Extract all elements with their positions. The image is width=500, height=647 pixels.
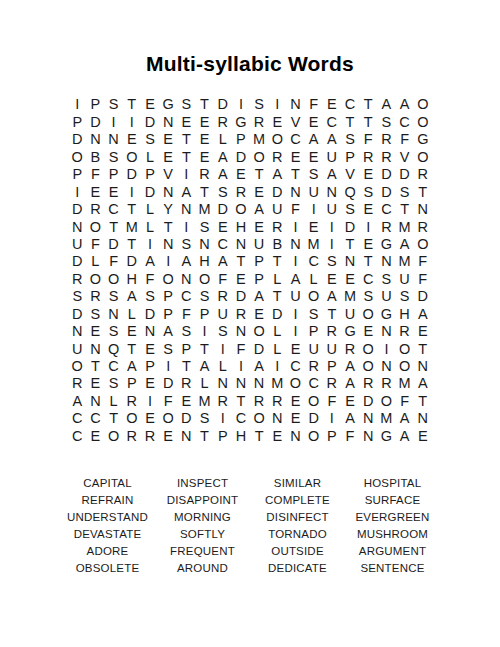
grid-cell-r15c16: R [341,340,359,357]
grid-cell-r10c14: C [305,253,323,270]
grid-cell-r12c8: S [195,288,213,305]
grid-cell-r2c11: R [250,113,268,130]
grid-cell-r4c4: O [123,148,141,165]
grid-cell-r9c15: I [323,236,341,253]
grid-cell-r7c19: T [396,201,414,218]
grid-cell-r17c16: A [341,375,359,392]
grid-cell-r8c16: D [341,218,359,235]
grid-cell-r1c12: I [268,96,286,113]
grid-cell-r2c4: I [123,113,141,130]
grid-cell-r4c19: V [396,148,414,165]
grid-cell-r8c1: N [68,218,86,235]
grid-cell-r20c2: E [86,427,104,444]
grid-cell-r20c5: R [141,427,159,444]
grid-cell-r19c15: I [323,410,341,427]
grid-cell-r16c18: N [377,358,395,375]
grid-cell-r8c15: I [323,218,341,235]
grid-cell-r20c14: O [305,427,323,444]
grid-cell-r16c6: I [159,358,177,375]
grid-cell-r13c17: O [359,305,377,322]
grid-cell-r15c15: U [323,340,341,357]
grid-cell-r18c7: E [177,392,195,409]
grid-cell-r19c16: A [341,410,359,427]
word-item-evergreen: EVERGREEN [345,508,440,525]
grid-cell-r11c7: N [177,270,195,287]
grid-cell-r7c6: Y [159,201,177,218]
word-item-argument: ARGUMENT [345,542,440,559]
grid-cell-r8c7: I [177,218,195,235]
grid-cell-r20c9: P [214,427,232,444]
grid-cell-r7c1: D [68,201,86,218]
grid-cell-r14c20: E [414,323,432,340]
word-item-disinfect: DISINFECT [250,508,345,525]
grid-cell-r17c9: N [214,375,232,392]
grid-cell-r8c3: T [105,218,123,235]
grid-cell-r19c6: O [159,410,177,427]
grid-cell-r15c20: T [414,340,432,357]
word-list: CAPITALINSPECTSIMILARHOSPITALREFRAINDISA… [0,474,500,576]
grid-cell-r4c9: A [214,148,232,165]
grid-cell-r12c2: R [86,288,104,305]
grid-cell-r9c8: N [195,236,213,253]
grid-cell-r10c8: H [195,253,213,270]
grid-cell-r3c17: F [359,131,377,148]
word-item-refrain: REFRAIN [60,491,155,508]
grid-cell-r5c10: E [232,166,250,183]
grid-cell-r1c5: E [141,96,159,113]
grid-cell-r9c19: A [396,236,414,253]
grid-cell-r6c1: I [68,183,86,200]
grid-cell-r2c20: O [414,113,432,130]
grid-cell-r11c5: F [141,270,159,287]
word-search-page: Multi-syllabic Words IPSTEGSTDISINFECTAA… [0,0,500,647]
grid-cell-r13c14: S [305,305,323,322]
grid-cell-r11c4: H [123,270,141,287]
grid-cell-r2c14: E [305,113,323,130]
grid-cell-r13c2: S [86,305,104,322]
grid-cell-r3c18: R [377,131,395,148]
grid-cell-r6c6: N [159,183,177,200]
word-item-obsolete: OBSOLETE [60,559,155,576]
grid-cell-r17c10: N [232,375,250,392]
grid-cell-r20c20: E [414,427,432,444]
grid-cell-r16c4: A [123,358,141,375]
grid-cell-r3c13: C [286,131,304,148]
grid-cell-r1c16: C [341,96,359,113]
grid-cell-r9c10: N [232,236,250,253]
grid-cell-r4c12: R [268,148,286,165]
grid-cell-r8c11: E [250,218,268,235]
grid-cell-r4c20: O [414,148,432,165]
grid-cell-r2c3: I [105,113,123,130]
grid-cell-r11c14: L [305,270,323,287]
grid-cell-r12c12: T [268,288,286,305]
grid-cell-r5c12: A [268,166,286,183]
grid-cell-r2c16: T [341,113,359,130]
grid-cell-r18c9: R [214,392,232,409]
grid-cell-r5c2: F [86,166,104,183]
word-item-outside: OUTSIDE [250,542,345,559]
grid-cell-r19c9: I [214,410,232,427]
grid-cell-r6c19: S [396,183,414,200]
grid-cell-r7c11: A [250,201,268,218]
word-item-hospital: HOSPITAL [345,474,440,491]
word-item-mushroom: MUSHROOM [345,525,440,542]
grid-cell-r6c14: U [305,183,323,200]
grid-cell-r1c19: A [396,96,414,113]
grid-cell-r1c1: I [68,96,86,113]
grid-cell-r10c9: A [214,253,232,270]
grid-cell-r11c3: O [105,270,123,287]
grid-cell-r2c9: R [214,113,232,130]
grid-cell-r13c11: E [250,305,268,322]
grid-cell-r16c13: C [286,358,304,375]
grid-cell-r12c3: S [105,288,123,305]
grid-cell-r3c9: L [214,131,232,148]
grid-cell-r17c18: R [377,375,395,392]
grid-cell-r14c11: O [250,323,268,340]
grid-cell-r13c4: L [123,305,141,322]
grid-cell-r15c1: U [68,340,86,357]
grid-cell-r17c5: E [141,375,159,392]
grid-cell-r13c7: F [177,305,195,322]
word-item-tornado: TORNADO [250,525,345,542]
grid-cell-r11c18: S [377,270,395,287]
grid-cell-r10c3: F [105,253,123,270]
grid-cell-r16c10: I [232,358,250,375]
grid-cell-r18c15: F [323,392,341,409]
grid-cell-r1c11: S [250,96,268,113]
grid-cell-r5c16: V [341,166,359,183]
grid-cell-r12c6: P [159,288,177,305]
grid-cell-r9c14: M [305,236,323,253]
grid-cell-r14c7: S [177,323,195,340]
grid-cell-r6c18: D [377,183,395,200]
grid-cell-r7c18: C [377,201,395,218]
grid-cell-r1c3: S [105,96,123,113]
grid-cell-r19c11: O [250,410,268,427]
grid-cell-r18c19: F [396,392,414,409]
grid-cell-r13c5: D [141,305,159,322]
grid-cell-r15c8: T [195,340,213,357]
grid-cell-r14c16: G [341,323,359,340]
grid-cell-r8c19: M [396,218,414,235]
grid-cell-r5c14: S [305,166,323,183]
grid-cell-r14c8: I [195,323,213,340]
grid-cell-r14c4: E [123,323,141,340]
grid-cell-r7c3: C [105,201,123,218]
grid-cell-r19c3: T [105,410,123,427]
grid-cell-r10c13: I [286,253,304,270]
grid-cell-r18c10: T [232,392,250,409]
grid-cell-r6c9: S [214,183,232,200]
grid-cell-r20c3: O [105,427,123,444]
grid-cell-r5c3: P [105,166,123,183]
grid-cell-r6c12: D [268,183,286,200]
grid-cell-r19c14: D [305,410,323,427]
grid-cell-r5c6: V [159,166,177,183]
grid-cell-r13c10: R [232,305,250,322]
grid-cell-r4c17: R [359,148,377,165]
grid-cell-r15c5: E [141,340,159,357]
grid-cell-r18c1: A [68,392,86,409]
grid-cell-r17c2: E [86,375,104,392]
word-item-surface: SURFACE [345,491,440,508]
grid-cell-r3c14: A [305,131,323,148]
grid-cell-r19c5: E [141,410,159,427]
grid-cell-r1c9: D [214,96,232,113]
grid-cell-r11c10: E [232,270,250,287]
grid-cell-r18c2: N [86,392,104,409]
grid-cell-r4c3: S [105,148,123,165]
grid-cell-r7c8: M [195,201,213,218]
grid-cell-r2c17: T [359,113,377,130]
grid-cell-r5c7: I [177,166,195,183]
grid-cell-r4c8: E [195,148,213,165]
grid-cell-r20c16: F [341,427,359,444]
grid-cell-r20c6: E [159,427,177,444]
grid-cell-r2c5: D [141,113,159,130]
grid-cell-r20c1: C [68,427,86,444]
grid-cell-r13c9: U [214,305,232,322]
grid-cell-r6c7: A [177,183,195,200]
grid-cell-r2c7: E [177,113,195,130]
grid-cell-r11c20: F [414,270,432,287]
grid-cell-r1c2: P [86,96,104,113]
grid-cell-r6c11: E [250,183,268,200]
grid-cell-r12c1: S [68,288,86,305]
grid-cell-r13c3: N [105,305,123,322]
grid-cell-r18c14: O [305,392,323,409]
grid-cell-r19c8: S [195,410,213,427]
grid-cell-r20c12: E [268,427,286,444]
grid-cell-r1c7: S [177,96,195,113]
grid-cell-r3c16: S [341,131,359,148]
grid-cell-r9c4: T [123,236,141,253]
grid-cell-r9c1: U [68,236,86,253]
grid-cell-r14c3: S [105,323,123,340]
grid-cell-r19c18: M [377,410,395,427]
grid-cell-r9c2: F [86,236,104,253]
grid-cell-r13c13: I [286,305,304,322]
grid-cell-r20c7: N [177,427,195,444]
grid-cell-r3c1: D [68,131,86,148]
grid-cell-r8c2: O [86,218,104,235]
grid-cell-r17c8: L [195,375,213,392]
grid-cell-r6c5: D [141,183,159,200]
grid-cell-r17c6: D [159,375,177,392]
grid-cell-r3c5: S [141,131,159,148]
grid-cell-r18c12: R [268,392,286,409]
word-item-inspect: INSPECT [155,474,250,491]
grid-cell-r14c5: N [141,323,159,340]
letter-grid: IPSTEGSTDISINFECTAAOPDIIDNEERGREVECTTSCO… [0,96,500,445]
grid-cell-r11c11: P [250,270,268,287]
grid-cell-r15c19: O [396,340,414,357]
grid-cell-r17c11: N [250,375,268,392]
grid-cell-r10c11: P [250,253,268,270]
grid-cell-r3c20: G [414,131,432,148]
grid-cell-r16c17: O [359,358,377,375]
grid-cell-r1c20: O [414,96,432,113]
grid-cell-r19c2: C [86,410,104,427]
grid-cell-r8c8: S [195,218,213,235]
grid-cell-r17c20: A [414,375,432,392]
grid-cell-r18c11: R [250,392,268,409]
grid-cell-r9c16: T [341,236,359,253]
grid-cell-r3c12: O [268,131,286,148]
grid-cell-r2c19: C [396,113,414,130]
grid-cell-r6c3: E [105,183,123,200]
grid-cell-r8c18: R [377,218,395,235]
grid-cell-r1c10: I [232,96,250,113]
grid-cell-r18c18: O [377,392,395,409]
word-item-sentence: SENTENCE [345,559,440,576]
grid-cell-r2c10: G [232,113,250,130]
grid-cell-r14c2: E [86,323,104,340]
grid-cell-r15c4: T [123,340,141,357]
grid-cell-r4c7: T [177,148,195,165]
grid-cell-r2c13: V [286,113,304,130]
grid-cell-r20c10: H [232,427,250,444]
grid-cell-r20c18: G [377,427,395,444]
grid-cell-r4c11: O [250,148,268,165]
grid-cell-r2c12: E [268,113,286,130]
grid-cell-r9c3: D [105,236,123,253]
grid-cell-r17c15: R [323,375,341,392]
grid-cell-r11c9: F [214,270,232,287]
grid-cell-r6c17: S [359,183,377,200]
grid-cell-r17c3: S [105,375,123,392]
grid-cell-r18c16: E [341,392,359,409]
grid-cell-r16c7: T [177,358,195,375]
grid-cell-r15c2: N [86,340,104,357]
grid-cell-r3c3: N [105,131,123,148]
grid-cell-r3c6: E [159,131,177,148]
grid-cell-r5c20: R [414,166,432,183]
grid-cell-r16c2: T [86,358,104,375]
word-item-softly: SOFTLY [155,525,250,542]
grid-cell-r6c13: N [286,183,304,200]
grid-cell-r19c12: N [268,410,286,427]
grid-cell-r8c10: H [232,218,250,235]
word-item-understand: UNDERSTAND [60,508,155,525]
grid-cell-r14c15: R [323,323,341,340]
grid-cell-r9c6: N [159,236,177,253]
grid-cell-r3c8: E [195,131,213,148]
grid-cell-r17c14: C [305,375,323,392]
grid-cell-r16c9: L [214,358,232,375]
grid-cell-r5c5: P [141,166,159,183]
grid-cell-r20c13: N [286,427,304,444]
grid-cell-r15c9: I [214,340,232,357]
grid-cell-r10c10: T [232,253,250,270]
grid-cell-r1c17: T [359,96,377,113]
grid-cell-r9c7: S [177,236,195,253]
grid-cell-r13c19: H [396,305,414,322]
grid-cell-r6c16: Q [341,183,359,200]
grid-cell-r5c11: T [250,166,268,183]
grid-cell-r20c15: P [323,427,341,444]
grid-cell-r20c4: R [123,427,141,444]
word-item-capital: CAPITAL [60,474,155,491]
word-item-frequent: FREQUENT [155,542,250,559]
grid-cell-r8c17: I [359,218,377,235]
grid-cell-r15c18: I [377,340,395,357]
grid-cell-r1c6: G [159,96,177,113]
grid-cell-r12c17: S [359,288,377,305]
grid-cell-r16c19: O [396,358,414,375]
grid-cell-r7c13: F [286,201,304,218]
grid-cell-r15c17: O [359,340,377,357]
grid-cell-r2c18: S [377,113,395,130]
grid-cell-r18c20: T [414,392,432,409]
grid-cell-r15c3: Q [105,340,123,357]
grid-cell-r14c14: P [305,323,323,340]
grid-cell-r11c2: O [86,270,104,287]
grid-cell-r9c9: C [214,236,232,253]
grid-cell-r9c5: I [141,236,159,253]
grid-cell-r13c6: P [159,305,177,322]
grid-cell-r9c12: B [268,236,286,253]
grid-cell-r12c20: D [414,288,432,305]
grid-cell-r17c7: R [177,375,195,392]
grid-cell-r15c6: S [159,340,177,357]
grid-cell-r7c4: T [123,201,141,218]
grid-cell-r3c4: E [123,131,141,148]
grid-cell-r6c15: N [323,183,341,200]
grid-cell-r14c12: L [268,323,286,340]
grid-cell-r12c5: S [141,288,159,305]
grid-cell-r4c10: D [232,148,250,165]
grid-cell-r17c1: R [68,375,86,392]
grid-cell-r5c8: R [195,166,213,183]
grid-cell-r16c12: I [268,358,286,375]
grid-cell-r4c15: U [323,148,341,165]
word-item-adore: ADORE [60,542,155,559]
grid-cell-r10c20: F [414,253,432,270]
grid-cell-r11c1: R [68,270,86,287]
grid-cell-r7c5: L [141,201,159,218]
grid-cell-r14c17: E [359,323,377,340]
grid-cell-r13c20: A [414,305,432,322]
grid-cell-r12c7: C [177,288,195,305]
grid-cell-r14c13: I [286,323,304,340]
word-item-dedicate: DEDICATE [250,559,345,576]
grid-cell-r9c11: U [250,236,268,253]
grid-cell-r4c16: P [341,148,359,165]
grid-cell-r6c2: E [86,183,104,200]
grid-cell-r10c17: T [359,253,377,270]
grid-cell-r13c1: D [68,305,86,322]
grid-cell-r7c14: I [305,201,323,218]
grid-cell-r16c1: O [68,358,86,375]
grid-cell-r18c5: I [141,392,159,409]
grid-cell-r18c3: L [105,392,123,409]
grid-cell-r16c5: P [141,358,159,375]
grid-cell-r11c13: A [286,270,304,287]
grid-cell-r2c8: E [195,113,213,130]
grid-cell-r3c11: M [250,131,268,148]
grid-cell-r7c20: N [414,201,432,218]
word-item-disappoint: DISAPPOINT [155,491,250,508]
grid-cell-r5c13: T [286,166,304,183]
grid-cell-r16c15: P [323,358,341,375]
grid-cell-r6c8: T [195,183,213,200]
grid-cell-r3c7: T [177,131,195,148]
grid-cell-r16c3: C [105,358,123,375]
grid-cell-r4c18: R [377,148,395,165]
